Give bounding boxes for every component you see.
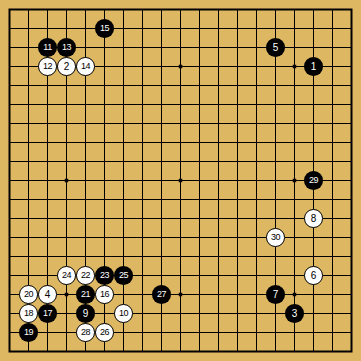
- stone-black-5: 5: [266, 38, 285, 57]
- stone-black-27: 27: [152, 285, 171, 304]
- stone-number-label: 23: [100, 271, 109, 280]
- stone-black-3: 3: [285, 304, 304, 323]
- stone-black-17: 17: [38, 304, 57, 323]
- go-board[interactable]: 1234567891011121314151617181920212223242…: [0, 0, 361, 361]
- stone-white-26: 26: [95, 323, 114, 342]
- stone-white-22: 22: [76, 266, 95, 285]
- stone-black-23: 23: [95, 266, 114, 285]
- stone-layer: 1234567891011121314151617181920212223242…: [0, 0, 361, 361]
- stone-number-label: 18: [24, 309, 33, 318]
- stone-number-label: 7: [273, 290, 279, 300]
- stone-number-label: 27: [157, 290, 166, 299]
- stone-number-label: 11: [43, 43, 52, 52]
- stone-white-6: 6: [304, 266, 323, 285]
- stone-number-label: 10: [119, 309, 128, 318]
- stone-white-18: 18: [19, 304, 38, 323]
- stone-white-24: 24: [57, 266, 76, 285]
- stone-black-29: 29: [304, 171, 323, 190]
- stone-black-11: 11: [38, 38, 57, 57]
- stone-number-label: 30: [271, 233, 280, 242]
- stone-white-14: 14: [76, 57, 95, 76]
- stone-number-label: 2: [64, 62, 70, 72]
- stone-white-12: 12: [38, 57, 57, 76]
- stone-white-28: 28: [76, 323, 95, 342]
- stone-white-10: 10: [114, 304, 133, 323]
- stone-number-label: 5: [273, 43, 279, 53]
- stone-black-7: 7: [266, 285, 285, 304]
- stone-black-21: 21: [76, 285, 95, 304]
- stone-white-2: 2: [57, 57, 76, 76]
- stone-number-label: 17: [43, 309, 52, 318]
- stone-number-label: 19: [24, 328, 33, 337]
- stone-white-16: 16: [95, 285, 114, 304]
- stone-black-19: 19: [19, 323, 38, 342]
- stone-number-label: 9: [83, 309, 89, 319]
- stone-number-label: 22: [81, 271, 90, 280]
- stone-number-label: 3: [292, 309, 298, 319]
- stone-black-13: 13: [57, 38, 76, 57]
- stone-black-25: 25: [114, 266, 133, 285]
- stone-number-label: 20: [24, 290, 33, 299]
- stone-number-label: 16: [100, 290, 109, 299]
- stone-number-label: 12: [43, 62, 52, 71]
- stone-white-4: 4: [38, 285, 57, 304]
- stone-number-label: 25: [119, 271, 128, 280]
- stone-number-label: 4: [45, 290, 51, 300]
- stone-number-label: 28: [81, 328, 90, 337]
- stone-number-label: 14: [81, 62, 90, 71]
- stone-number-label: 8: [311, 214, 317, 224]
- stone-number-label: 29: [309, 176, 318, 185]
- stone-number-label: 1: [311, 62, 317, 72]
- stone-number-label: 13: [62, 43, 71, 52]
- stone-number-label: 26: [100, 328, 109, 337]
- stone-white-8: 8: [304, 209, 323, 228]
- stone-number-label: 6: [311, 271, 317, 281]
- stone-black-9: 9: [76, 304, 95, 323]
- stone-number-label: 15: [100, 24, 109, 33]
- stone-number-label: 24: [62, 271, 71, 280]
- stone-number-label: 21: [81, 290, 90, 299]
- stone-white-20: 20: [19, 285, 38, 304]
- stone-black-1: 1: [304, 57, 323, 76]
- stone-white-30: 30: [266, 228, 285, 247]
- stone-black-15: 15: [95, 19, 114, 38]
